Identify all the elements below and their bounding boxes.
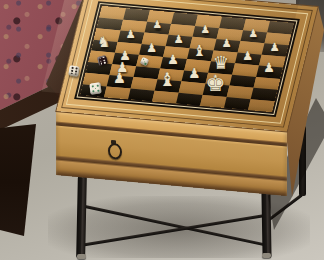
drawer-ring-pull[interactable]	[108, 143, 122, 160]
square-c2[interactable]	[131, 77, 158, 90]
white-king-f2[interactable]: ♚	[206, 72, 226, 94]
square-g4[interactable]	[232, 63, 259, 76]
white-pawn-b6[interactable]: ♟	[125, 29, 135, 40]
square-c1[interactable]	[128, 88, 155, 101]
die-pip	[103, 59, 105, 61]
die-pip	[75, 73, 77, 75]
die-pip	[99, 57, 101, 59]
white-pawn-e3[interactable]: ♟	[188, 67, 200, 81]
die-pip	[75, 70, 77, 72]
square-h1[interactable]	[248, 99, 275, 112]
white-bishop-e5[interactable]: ♝	[193, 43, 207, 59]
white-bishop-d2[interactable]: ♝	[159, 71, 176, 90]
die-pip	[100, 62, 102, 64]
square-d1[interactable]	[152, 90, 179, 103]
white-pawn-d4[interactable]: ♟	[167, 54, 179, 67]
white-pawn-f6[interactable]: ♟	[221, 38, 231, 49]
square-h8[interactable]	[267, 21, 294, 34]
white-pawn-d6[interactable]: ♟	[173, 33, 183, 44]
die-pip	[96, 84, 98, 86]
tabletop-border	[56, 0, 317, 132]
square-e2[interactable]	[179, 81, 206, 94]
white-die-green-pips[interactable]	[89, 82, 101, 94]
square-f1[interactable]	[200, 95, 227, 108]
white-queen-f4[interactable]: ♛	[213, 54, 229, 72]
die-pip	[103, 61, 105, 63]
white-pawn-c7[interactable]: ♟	[152, 21, 162, 32]
die-pip	[71, 70, 73, 72]
white-pawn-c5[interactable]: ♟	[146, 42, 157, 54]
square-h3[interactable]	[254, 77, 281, 90]
die-pip	[144, 62, 146, 64]
white-pawn-g7[interactable]: ♟	[248, 29, 258, 40]
square-c3[interactable]	[134, 66, 161, 79]
chessboard	[80, 6, 294, 112]
leg-foot	[262, 253, 271, 258]
die-pip	[99, 60, 101, 62]
black-die[interactable]	[97, 55, 108, 66]
white-pawn-h4[interactable]: ♟	[263, 63, 275, 76]
die-pip	[71, 72, 73, 74]
die-pip	[75, 68, 77, 70]
square-d8[interactable]	[171, 12, 198, 25]
white-die-black-pips[interactable]	[68, 65, 79, 76]
white-pawn-g5[interactable]: ♟	[242, 50, 253, 62]
square-b8[interactable]	[123, 8, 150, 21]
leg-foot	[77, 254, 86, 259]
square-a8[interactable]	[99, 6, 126, 19]
die-pip	[142, 58, 144, 60]
square-g1[interactable]	[224, 97, 251, 110]
square-e1[interactable]	[176, 92, 203, 105]
die-pip	[71, 67, 73, 69]
table-leg-left	[76, 176, 87, 258]
white-knight-a5[interactable]: ♞	[97, 35, 110, 50]
die-pip	[94, 87, 96, 89]
square-g2[interactable]	[227, 86, 254, 99]
die-pip	[92, 90, 94, 92]
board-haze	[80, 6, 294, 112]
photo-scene: Oak chess game table with cream pieces a…	[0, 0, 324, 260]
square-b1[interactable]	[104, 86, 131, 99]
square-g3[interactable]	[230, 74, 257, 87]
die-pip	[102, 56, 104, 58]
white-pawn-b2[interactable]: ♟	[113, 71, 126, 85]
white-pawn-h6[interactable]: ♟	[269, 42, 279, 53]
die-pip	[143, 60, 145, 62]
die-pip	[97, 89, 99, 91]
square-h2[interactable]	[251, 88, 278, 101]
square-a7[interactable]	[97, 17, 124, 30]
square-f8[interactable]	[219, 17, 246, 30]
die-pip	[91, 85, 93, 87]
white-pawn-e7[interactable]: ♟	[200, 25, 210, 36]
